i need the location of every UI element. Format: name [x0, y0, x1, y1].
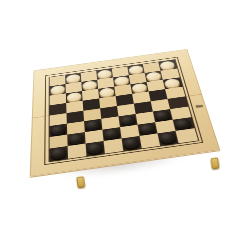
checker-piece-dark[interactable] [50, 147, 66, 160]
product-photo-scene [0, 0, 232, 232]
square-r7c1[interactable] [67, 144, 86, 159]
square-r7c7[interactable] [176, 129, 197, 143]
checker-piece-dark[interactable] [159, 132, 178, 145]
checker-piece-dark[interactable] [123, 137, 141, 150]
playfield-border [44, 57, 203, 165]
board-grid [48, 59, 199, 162]
clasp-left [76, 176, 85, 188]
square-r7c4[interactable] [122, 136, 142, 150]
checkers-board [30, 49, 221, 177]
checker-piece-dark[interactable] [86, 142, 103, 155]
brand-stamp [196, 105, 204, 108]
square-r7c2[interactable] [85, 141, 104, 156]
clasp-right [210, 157, 219, 169]
square-r7c0[interactable] [49, 146, 68, 161]
square-r7c5[interactable] [140, 134, 161, 148]
square-r7c3[interactable] [103, 139, 123, 154]
board-rotation-wrapper [20, 9, 214, 203]
